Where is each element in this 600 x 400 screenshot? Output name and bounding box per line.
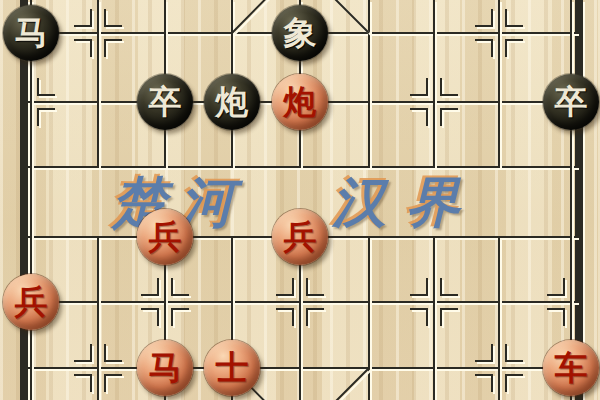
piece-black-cannon[interactable]: 炮	[204, 74, 260, 130]
river-label-han-jie: 汉界	[332, 170, 480, 234]
piece-black-elephant[interactable]: 象	[272, 5, 328, 61]
piece-red-chariot[interactable]: 车	[543, 340, 599, 396]
piece-black-pawn[interactable]: 卒	[137, 74, 193, 130]
piece-red-pawn[interactable]: 兵	[137, 209, 193, 265]
piece-black-pawn[interactable]: 卒	[543, 74, 599, 130]
xiangqi-board[interactable]: 楚河 汉界 马象卒炮卒炮兵兵兵马士车	[0, 0, 600, 400]
piece-red-pawn[interactable]: 兵	[272, 209, 328, 265]
piece-red-advisor[interactable]: 士	[204, 340, 260, 396]
piece-red-horse[interactable]: 马	[137, 340, 193, 396]
piece-red-pawn[interactable]: 兵	[3, 274, 59, 330]
piece-black-horse[interactable]: 马	[3, 5, 59, 61]
piece-red-cannon[interactable]: 炮	[272, 74, 328, 130]
